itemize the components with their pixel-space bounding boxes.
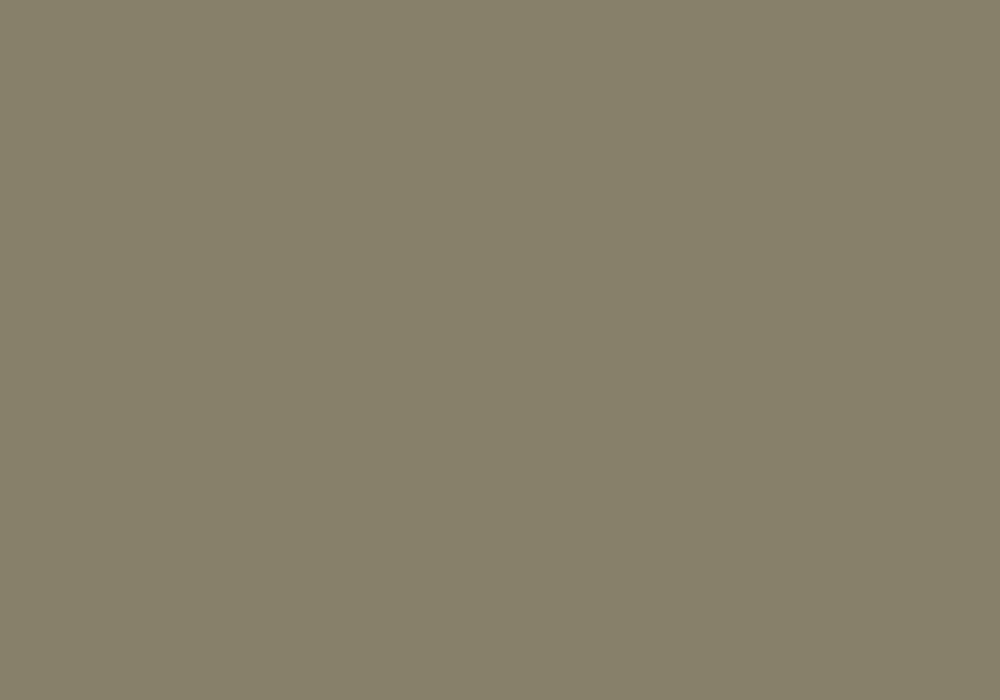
pieces-layer: ♜♝♚♟♞♞♝♟♟♛♟♞♞♝♝♛♟♟♟♟♟♚♜♜♜♟♛♟: [0, 674, 1000, 700]
background-wall: [0, 0, 1000, 420]
photo-stage: ♜♝♚♟♞♞♝♟♟♛♟♞♞♝♝♛♟♟♟♟♟♚♜♜♜♟♛♟: [0, 0, 1000, 700]
